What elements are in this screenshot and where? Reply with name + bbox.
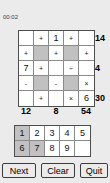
operator-r3c4: ÷	[64, 61, 79, 76]
palette-digit-8[interactable]: 8	[45, 141, 60, 156]
operator-r2c3: +	[49, 46, 64, 61]
blocked-r2c2	[34, 46, 49, 61]
timer: 00:02	[3, 14, 18, 20]
palette-digit-7[interactable]: 7	[30, 141, 45, 156]
operator-r2c5: +	[79, 46, 94, 61]
blocked-r4c2	[34, 76, 49, 91]
given-r5c5: 6	[79, 91, 94, 106]
given-r3c1: 7	[19, 61, 34, 76]
palette-digit-2[interactable]: 2	[30, 126, 45, 141]
operator-r4c5: ×	[79, 76, 94, 91]
puzzle-grid: + 1 + + + + 7 + ÷ - - × + × 6	[18, 30, 95, 107]
palette-digit-9[interactable]: 9	[60, 141, 75, 156]
row-result-1: 14	[95, 30, 110, 45]
operator-r1c4: +	[64, 31, 79, 46]
grid-cell-r1c1[interactable]	[19, 31, 34, 46]
operator-r5c2: +	[34, 91, 49, 106]
quit-button[interactable]: Quit	[80, 163, 108, 178]
blocked-r4c4	[64, 76, 79, 91]
palette-digit-4[interactable]: 4	[60, 126, 75, 141]
col-result-3: 54	[78, 106, 94, 118]
digit-palette: 1 2 3 4 5 6 7 8 9	[14, 125, 91, 157]
blocked-r2c4	[64, 46, 79, 61]
grid-cell-r3c3[interactable]	[49, 61, 64, 76]
palette-digit-6[interactable]: 6	[15, 141, 30, 156]
row-result-2: 4	[95, 60, 110, 75]
next-button[interactable]: Next	[2, 163, 36, 178]
given-r1c3: 1	[49, 31, 64, 46]
operator-r4c3: -	[49, 76, 64, 91]
operator-r2c1: +	[19, 46, 34, 61]
operator-r3c2: +	[34, 61, 49, 76]
palette-digit-1[interactable]: 1	[15, 126, 30, 141]
col-result-1: 12	[18, 106, 34, 118]
operator-r1c2: +	[34, 31, 49, 46]
grid-cell-r3c5[interactable]	[79, 61, 94, 76]
clear-button[interactable]: Clear	[41, 163, 75, 178]
grid-cell-r5c3[interactable]	[49, 91, 64, 106]
palette-empty	[75, 141, 90, 156]
palette-digit-5[interactable]: 5	[75, 126, 90, 141]
operator-r5c4: ×	[64, 91, 79, 106]
operator-r4c1: -	[19, 76, 34, 91]
col-result-2: 8	[48, 106, 64, 118]
grid-cell-r5c1[interactable]	[19, 91, 34, 106]
grid-cell-r1c5[interactable]	[79, 31, 94, 46]
row-result-3: 30	[95, 90, 110, 105]
palette-digit-3[interactable]: 3	[45, 126, 60, 141]
